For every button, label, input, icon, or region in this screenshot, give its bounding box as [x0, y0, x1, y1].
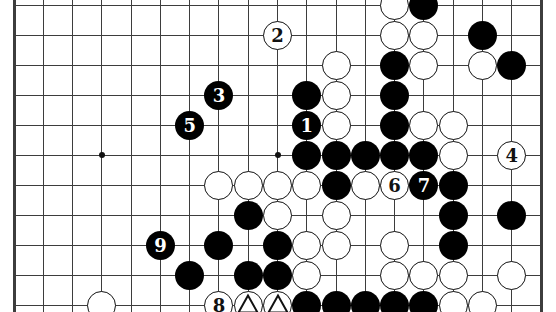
stone-white-r7-c8 [204, 171, 233, 200]
stone-black-r8-c9 [234, 201, 263, 230]
stone-white-r9-c12 [322, 231, 351, 260]
stone-white-r7-c11 [292, 171, 321, 200]
stone-white-r8-c12 [322, 201, 351, 230]
grid-line-vertical [160, 0, 161, 312]
stone-black-r9-c10 [263, 231, 292, 260]
stone-black-r7-c16 [439, 171, 468, 200]
stone-white-r3-c12 [322, 51, 351, 80]
stone-black-r3-c18 [497, 51, 526, 80]
move-number-label: 3 [213, 81, 226, 110]
stone-black-r6-c15 [409, 141, 438, 170]
stone-black-r7-c15-move-7: 7 [409, 171, 438, 200]
stone-black-r5-c11-move-1: 1 [292, 111, 321, 140]
stone-black-r4-c8-move-3: 3 [204, 81, 233, 110]
stone-black-r11-c15 [409, 291, 438, 312]
stone-white-r9-c14 [380, 231, 409, 260]
stone-black-r11-c12 [322, 291, 351, 312]
grid-line-horizontal [13, 65, 543, 66]
stone-black-r8-c18 [497, 201, 526, 230]
stone-black-r5-c7-move-5: 5 [175, 111, 204, 140]
stone-white-r1-c14 [380, 0, 409, 20]
grid-line-horizontal [13, 5, 543, 6]
stone-white-r11-c8-move-8: 8 [204, 291, 233, 312]
stone-black-r11-c14 [380, 291, 409, 312]
stone-white-r10-c18 [497, 261, 526, 290]
stone-black-r10-c10 [263, 261, 292, 290]
move-number-label: 9 [154, 231, 167, 260]
stone-black-r6-c12 [322, 141, 351, 170]
stone-black-r11-c13 [351, 291, 380, 312]
move-number-label: 5 [183, 111, 196, 140]
stone-black-r9-c6-move-9: 9 [146, 231, 175, 260]
stone-white-r2-c15 [409, 21, 438, 50]
stone-white-r9-c11 [292, 231, 321, 260]
stone-white-r3-c17 [468, 51, 497, 80]
stone-black-r9-c16 [439, 231, 468, 260]
stone-white-r11-c9-triangle [234, 291, 263, 312]
triangle-mark-icon [235, 292, 261, 312]
stone-white-r3-c15 [409, 51, 438, 80]
stone-white-r7-c13 [351, 171, 380, 200]
board-edge-line [13, 0, 16, 312]
grid-line-vertical [72, 0, 73, 312]
star-point [275, 152, 281, 158]
stone-white-r6-c16 [439, 141, 468, 170]
triangle-mark-icon [265, 292, 291, 312]
grid-line-vertical [131, 0, 132, 312]
stone-white-r10-c15 [409, 261, 438, 290]
stone-white-r7-c14-move-6: 6 [380, 171, 409, 200]
stone-white-r11-c17 [468, 291, 497, 312]
stone-black-r1-c15 [409, 0, 438, 20]
stone-white-r11-c16 [439, 291, 468, 312]
stone-black-r10-c9 [234, 261, 263, 290]
go-board-diagram: 235146798 [0, 0, 556, 312]
stone-white-r10-c14 [380, 261, 409, 290]
stone-white-r6-c18-move-4: 4 [497, 141, 526, 170]
stone-black-r10-c7 [175, 261, 204, 290]
stone-white-r5-c15 [409, 111, 438, 140]
stone-white-r11-c4 [87, 291, 116, 312]
board-edge-line [540, 0, 543, 312]
grid-line-vertical [43, 0, 44, 312]
stone-black-r4-c11 [292, 81, 321, 110]
stone-white-r4-c12 [322, 81, 351, 110]
move-number-label: 7 [418, 171, 431, 200]
stone-black-r2-c17 [468, 21, 497, 50]
stone-black-r8-c16 [439, 201, 468, 230]
stone-black-r3-c14 [380, 51, 409, 80]
stone-black-r5-c14 [380, 111, 409, 140]
move-number-label: 4 [505, 141, 518, 170]
stone-white-r2-c14 [380, 21, 409, 50]
move-number-label: 2 [271, 21, 284, 50]
stone-white-r10-c11 [292, 261, 321, 290]
stone-black-r6-c13 [351, 141, 380, 170]
star-point [99, 152, 105, 158]
stone-black-r9-c8 [204, 231, 233, 260]
stone-white-r7-c9 [234, 171, 263, 200]
stone-black-r4-c14 [380, 81, 409, 110]
stone-white-r5-c12 [322, 111, 351, 140]
stone-white-r11-c10-triangle [263, 291, 292, 312]
stone-white-r5-c16 [439, 111, 468, 140]
stone-black-r11-c11 [292, 291, 321, 312]
stone-black-r6-c14 [380, 141, 409, 170]
move-number-label: 1 [301, 111, 314, 140]
stone-black-r7-c12 [322, 171, 351, 200]
stone-black-r6-c11 [292, 141, 321, 170]
stone-white-r10-c16 [439, 261, 468, 290]
grid-line-vertical [218, 0, 219, 312]
move-number-label: 8 [213, 291, 226, 312]
stone-white-r2-c10-move-2: 2 [263, 21, 292, 50]
stone-white-r7-c10 [263, 171, 292, 200]
stone-white-r8-c10 [263, 201, 292, 230]
move-number-label: 6 [388, 171, 401, 200]
grid-line-horizontal [13, 95, 543, 96]
